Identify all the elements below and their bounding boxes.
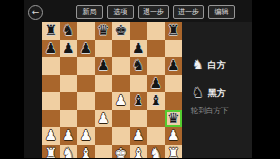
piece-black-bishop: ♝ — [130, 92, 148, 110]
black-side-label: 黑方 — [208, 87, 226, 100]
square-g6[interactable] — [147, 57, 165, 75]
square-e6[interactable] — [112, 57, 130, 75]
square-h3[interactable]: ♛ — [165, 110, 183, 128]
piece-white-pawn: ♟ — [60, 127, 78, 145]
piece-black-pawn: ♟ — [165, 57, 183, 75]
piece-white-rook: ♜ — [42, 145, 60, 159]
square-e1[interactable]: ♚ — [112, 145, 130, 159]
piece-white-pawn: ♟ — [165, 127, 183, 145]
piece-white-bishop: ♝ — [130, 145, 148, 159]
piece-black-queen: ♛ — [165, 110, 183, 128]
square-e3[interactable] — [112, 110, 130, 128]
piece-white-pawn: ♟ — [112, 92, 130, 110]
square-f3[interactable] — [130, 110, 148, 128]
square-a2[interactable]: ♟ — [42, 127, 60, 145]
square-f4[interactable]: ♝ — [130, 92, 148, 110]
square-b7[interactable]: ♟ — [60, 40, 78, 58]
piece-white-pawn: ♟ — [42, 127, 60, 145]
square-h2[interactable]: ♟ — [165, 127, 183, 145]
square-f5[interactable] — [130, 75, 148, 93]
square-b3[interactable] — [60, 110, 78, 128]
square-c5[interactable] — [77, 75, 95, 93]
square-c4[interactable] — [77, 92, 95, 110]
piece-black-rook: ♜ — [42, 22, 60, 40]
black-side-selector[interactable]: ♞ 黑方 — [192, 86, 226, 100]
square-f7[interactable]: ♟ — [130, 40, 148, 58]
piece-white-knight: ♞ — [60, 145, 78, 159]
turn-status-text: 轮到白方下 — [191, 106, 249, 116]
black-knight-icon: ♞ — [192, 86, 204, 100]
side-panel: ♞ 白方 ♞ 黑方 轮到白方下 — [182, 22, 252, 158]
square-g4[interactable]: ♝ — [147, 92, 165, 110]
piece-black-knight: ♞ — [60, 22, 78, 40]
square-g3[interactable] — [147, 110, 165, 128]
square-h1[interactable]: ♜ — [165, 145, 183, 159]
square-e8[interactable]: ♚ — [112, 22, 130, 40]
piece-white-king: ♚ — [112, 145, 130, 159]
piece-black-pawn: ♟ — [60, 40, 78, 58]
square-b1[interactable]: ♞ — [60, 145, 78, 159]
square-e4[interactable]: ♟ — [112, 92, 130, 110]
piece-black-pawn: ♟ — [95, 57, 113, 75]
piece-white-knight: ♞ — [147, 145, 165, 159]
square-d6[interactable]: ♟ — [95, 57, 113, 75]
piece-white-pawn: ♟ — [95, 110, 113, 128]
piece-white-pawn: ♟ — [77, 127, 95, 145]
square-b6[interactable] — [60, 57, 78, 75]
square-h7[interactable] — [165, 40, 183, 58]
square-f2[interactable]: ♟ — [130, 127, 148, 145]
toolbar-button-2[interactable]: 退一步 — [138, 5, 169, 19]
square-a3[interactable] — [42, 110, 60, 128]
piece-black-pawn: ♟ — [42, 40, 60, 58]
square-g7[interactable] — [147, 40, 165, 58]
square-d4[interactable] — [95, 92, 113, 110]
piece-white-rook: ♜ — [165, 145, 183, 159]
square-d3[interactable]: ♟ — [95, 110, 113, 128]
white-side-label: 白方 — [208, 59, 226, 72]
square-f1[interactable]: ♝ — [130, 145, 148, 159]
square-e7[interactable] — [112, 40, 130, 58]
toolbar-button-0[interactable]: 新局 — [76, 5, 103, 19]
square-e5[interactable] — [112, 75, 130, 93]
piece-white-bishop: ♝ — [77, 145, 95, 159]
toolbar-buttons: 新局选项退一步进一步编辑 — [76, 5, 235, 19]
square-c7[interactable]: ♟ — [77, 40, 95, 58]
toolbar-button-1[interactable]: 选项 — [107, 5, 134, 19]
square-d1[interactable] — [95, 145, 113, 159]
square-a6[interactable] — [42, 57, 60, 75]
toolbar-button-3[interactable]: 进一步 — [173, 5, 204, 19]
square-d7[interactable] — [95, 40, 113, 58]
white-knight-icon: ♞ — [192, 58, 204, 72]
square-b5[interactable] — [60, 75, 78, 93]
toolbar-button-4[interactable]: 编辑 — [208, 5, 235, 19]
square-g5[interactable]: ♟ — [147, 75, 165, 93]
square-c3[interactable] — [77, 110, 95, 128]
toolbar: ← 新局选项退一步进一步编辑 — [0, 0, 252, 22]
square-h6[interactable]: ♟ — [165, 57, 183, 75]
white-side-selector[interactable]: ♞ 白方 — [192, 58, 226, 72]
piece-black-queen: ♛ — [95, 22, 113, 40]
square-c8[interactable] — [77, 22, 95, 40]
square-e2[interactable] — [112, 127, 130, 145]
piece-black-pawn: ♟ — [147, 75, 165, 93]
square-a5[interactable] — [42, 75, 60, 93]
square-f6[interactable]: ♞ — [130, 57, 148, 75]
square-g2[interactable] — [147, 127, 165, 145]
square-h8[interactable]: ♜ — [165, 22, 183, 40]
square-a7[interactable]: ♟ — [42, 40, 60, 58]
square-h5[interactable] — [165, 75, 183, 93]
piece-white-pawn: ♟ — [130, 127, 148, 145]
square-b2[interactable]: ♟ — [60, 127, 78, 145]
piece-black-pawn: ♟ — [130, 40, 148, 58]
square-g8[interactable] — [147, 22, 165, 40]
square-d8[interactable]: ♛ — [95, 22, 113, 40]
square-d2[interactable] — [95, 127, 113, 145]
chess-board: ♜♞♛♚♜♟♟♟♟♟♞♟♟♟♝♝♟♛♟♟♟♟♟♜♞♝♚♝♞♜ — [42, 22, 182, 158]
square-d5[interactable] — [95, 75, 113, 93]
square-f8[interactable] — [130, 22, 148, 40]
square-a8[interactable]: ♜ — [42, 22, 60, 40]
piece-black-knight: ♞ — [130, 57, 148, 75]
piece-black-bishop: ♝ — [147, 92, 165, 110]
square-h4[interactable] — [165, 92, 183, 110]
square-b8[interactable]: ♞ — [60, 22, 78, 40]
square-g1[interactable]: ♞ — [147, 145, 165, 159]
piece-black-rook: ♜ — [165, 22, 183, 40]
square-c6[interactable] — [77, 57, 95, 75]
square-a4[interactable] — [42, 92, 60, 110]
square-a1[interactable]: ♜ — [42, 145, 60, 159]
square-c2[interactable]: ♟ — [77, 127, 95, 145]
square-c1[interactable]: ♝ — [77, 145, 95, 159]
square-b4[interactable] — [60, 92, 78, 110]
piece-black-king: ♚ — [112, 22, 130, 40]
piece-black-pawn: ♟ — [77, 40, 95, 58]
back-button[interactable]: ← — [28, 5, 43, 20]
